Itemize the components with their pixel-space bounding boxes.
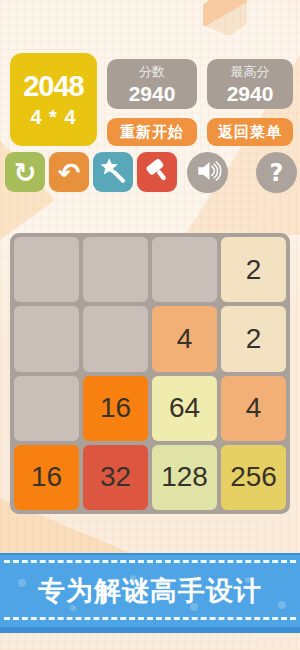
question-mark-icon: ?: [270, 159, 284, 187]
promo-banner: 专为解谜高手设计: [0, 553, 300, 633]
grid-cell-empty: [14, 237, 79, 302]
magic-wand-icon: [98, 156, 128, 189]
undo-button[interactable]: ↶: [49, 152, 89, 192]
best-score-value: 2940: [227, 82, 274, 106]
tile-2: 2: [221, 306, 286, 371]
hammer-button[interactable]: [137, 152, 177, 192]
tile-2: 2: [221, 237, 286, 302]
grid-cell-empty: [83, 306, 148, 371]
tile-4: 4: [221, 376, 286, 441]
background-cube: [203, 0, 247, 36]
board[interactable]: 242166441632128256: [10, 233, 290, 514]
logo-title: 2048: [23, 70, 84, 103]
best-score-box: 最高分 2940: [207, 59, 293, 109]
tile-16: 16: [14, 445, 79, 510]
tile-128: 128: [152, 445, 217, 510]
grid-cell-empty: [83, 237, 148, 302]
tile-16: 16: [83, 376, 148, 441]
grid-cell-empty: [14, 306, 79, 371]
banner-text: 专为解谜高手设计: [0, 573, 300, 609]
score-label: 分数: [139, 63, 165, 81]
grid-cell-empty: [14, 376, 79, 441]
refresh-button[interactable]: ↻: [5, 152, 45, 192]
logo-badge: 2048 4 * 4: [10, 53, 97, 146]
sound-button[interactable]: [187, 152, 228, 193]
score-box: 分数 2940: [107, 59, 197, 109]
undo-icon: ↶: [58, 157, 81, 188]
help-button[interactable]: ?: [256, 152, 297, 193]
tile-4: 4: [152, 306, 217, 371]
refresh-icon: ↻: [14, 157, 37, 188]
magic-wand-button[interactable]: [93, 152, 133, 192]
return-menu-button[interactable]: 返回菜单: [207, 118, 293, 146]
speaker-icon: [193, 156, 223, 189]
banner-dashed-line: [4, 560, 296, 563]
game-screen: 2048 4 * 4 分数 2940 最高分 2940 重新开始 返回菜单 ↻ …: [0, 0, 300, 650]
score-value: 2940: [129, 82, 176, 106]
banner-bottom-edge: [0, 627, 300, 633]
tile-256: 256: [221, 445, 286, 510]
logo-grid-size: 4 * 4: [30, 106, 76, 129]
banner-dashed-line: [4, 617, 296, 620]
banner-top-edge: [0, 553, 300, 555]
best-score-label: 最高分: [231, 63, 270, 81]
grid-cell-empty: [152, 237, 217, 302]
tile-64: 64: [152, 376, 217, 441]
tile-32: 32: [83, 445, 148, 510]
hammer-icon: [142, 156, 172, 189]
restart-button[interactable]: 重新开始: [107, 118, 197, 146]
